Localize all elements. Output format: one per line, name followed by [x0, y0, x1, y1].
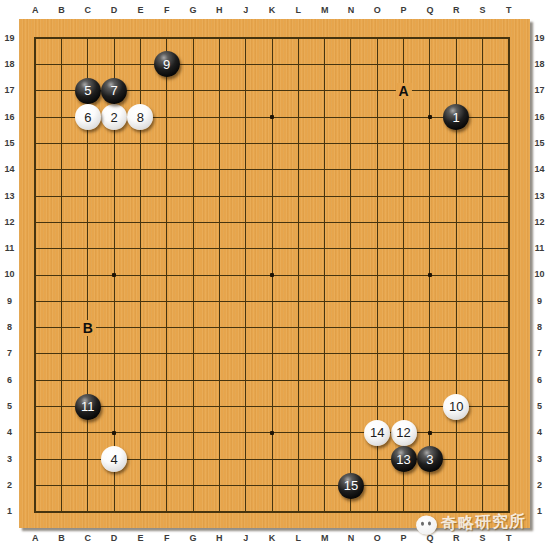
row-label: 5 — [537, 402, 542, 411]
row-label: 13 — [534, 192, 544, 201]
row-label: 17 — [534, 86, 544, 95]
column-label: G — [190, 6, 197, 15]
row-label: 11 — [5, 244, 15, 253]
move-number: 14 — [370, 426, 384, 439]
column-label: L — [296, 534, 302, 543]
row-label: 11 — [535, 244, 545, 253]
row-label: 12 — [534, 218, 544, 227]
row-label: 9 — [537, 297, 542, 306]
row-labels-left: 19181716151413121110987654321 — [1, 25, 18, 525]
star-point — [428, 115, 432, 119]
move-number: 8 — [137, 111, 144, 124]
move-number: 9 — [163, 58, 170, 71]
stone-white-d3: 4 — [101, 446, 127, 472]
row-label: 12 — [4, 218, 14, 227]
column-label: O — [374, 6, 381, 15]
stone-black-n2: 15 — [338, 473, 364, 499]
row-label: 4 — [7, 428, 12, 437]
column-label: M — [321, 534, 329, 543]
stone-black-f18: 9 — [154, 51, 180, 77]
move-number: 13 — [396, 453, 410, 466]
row-label: 10 — [534, 270, 544, 279]
row-label: 2 — [537, 481, 542, 490]
row-label: 8 — [7, 323, 12, 332]
row-labels-right: 19181716151413121110987654321 — [531, 25, 548, 525]
star-point — [270, 115, 274, 119]
row-label: 17 — [4, 86, 14, 95]
column-labels-top: ABCDEFGHJKLMNOPQRST — [22, 2, 522, 18]
row-label: 13 — [4, 192, 14, 201]
row-label: 6 — [7, 376, 12, 385]
row-label: 19 — [4, 34, 14, 43]
column-label: A — [32, 6, 39, 15]
column-label: P — [401, 6, 407, 15]
watermark-text: 奇略研究所 — [441, 511, 527, 535]
stone-white-c16: 6 — [75, 104, 101, 130]
stone-white-d16: 2 — [101, 104, 127, 130]
row-label: 15 — [534, 139, 544, 148]
row-label: 3 — [7, 455, 12, 464]
goban: 123456789101112131415AB — [19, 19, 530, 528]
column-label: J — [243, 534, 248, 543]
stone-black-p3: 13 — [391, 446, 417, 472]
annotation-label-a: A — [396, 83, 412, 99]
row-label: 18 — [4, 60, 14, 69]
move-number: 10 — [449, 400, 463, 413]
move-number: 12 — [396, 426, 410, 439]
goban-grid: 123456789101112131415AB — [22, 25, 522, 525]
star-point — [112, 431, 116, 435]
row-label: 1 — [7, 507, 12, 516]
column-label: R — [453, 6, 460, 15]
stone-black-q3: 3 — [417, 446, 443, 472]
stone-black-d17: 7 — [101, 78, 127, 104]
row-label: 14 — [4, 165, 14, 174]
column-label: B — [58, 6, 65, 15]
move-number: 6 — [84, 111, 91, 124]
column-label: C — [85, 534, 92, 543]
column-label: H — [216, 534, 223, 543]
column-label: K — [269, 6, 276, 15]
column-label: P — [401, 534, 407, 543]
column-label: C — [85, 6, 92, 15]
column-label: D — [111, 534, 118, 543]
annotation-label-b: B — [80, 320, 96, 336]
row-label: 15 — [4, 139, 14, 148]
stone-black-c17: 5 — [75, 78, 101, 104]
column-label: T — [506, 6, 512, 15]
star-point — [270, 273, 274, 277]
row-label: 14 — [534, 165, 544, 174]
column-label: F — [164, 6, 170, 15]
stone-white-r5: 10 — [443, 394, 469, 420]
row-label: 3 — [537, 455, 542, 464]
star-point — [270, 431, 274, 435]
stone-white-p4: 12 — [391, 420, 417, 446]
star-point — [428, 273, 432, 277]
column-label: M — [321, 6, 329, 15]
row-label: 4 — [537, 428, 542, 437]
column-label: G — [190, 534, 197, 543]
column-label: H — [216, 6, 223, 15]
row-label: 10 — [4, 270, 14, 279]
row-label: 9 — [7, 297, 12, 306]
row-label: 5 — [7, 402, 12, 411]
watermark: 奇略研究所 — [416, 508, 527, 538]
column-label: B — [58, 534, 65, 543]
move-number: 11 — [81, 400, 95, 413]
column-label: F — [164, 534, 170, 543]
move-number: 1 — [453, 111, 460, 124]
column-label: N — [348, 6, 355, 15]
move-number: 5 — [84, 84, 91, 97]
row-label: 1 — [537, 507, 542, 516]
stone-white-e16: 8 — [127, 104, 153, 130]
row-label: 18 — [534, 60, 544, 69]
wechat-smiley-icon — [416, 515, 438, 535]
column-label: D — [111, 6, 118, 15]
column-label: E — [137, 6, 143, 15]
column-label: L — [296, 6, 302, 15]
row-label: 19 — [534, 34, 544, 43]
row-label: 16 — [4, 113, 14, 122]
column-label: E — [137, 534, 143, 543]
row-label: 8 — [537, 323, 542, 332]
column-label: N — [348, 534, 355, 543]
column-label: O — [374, 534, 381, 543]
row-label: 2 — [7, 481, 12, 490]
star-point — [428, 431, 432, 435]
column-label: K — [269, 534, 276, 543]
move-number: 15 — [344, 479, 358, 492]
move-number: 4 — [110, 453, 117, 466]
move-number: 7 — [110, 84, 117, 97]
stone-black-r16: 1 — [443, 104, 469, 130]
column-label: J — [243, 6, 248, 15]
row-label: 7 — [7, 349, 12, 358]
stone-white-o4: 14 — [364, 420, 390, 446]
column-label: T — [506, 534, 512, 543]
go-diagram-page: ABCDEFGHJKLMNOPQRST ABCDEFGHJKLMNOPQRST … — [0, 0, 550, 550]
column-label: A — [32, 534, 39, 543]
star-point — [112, 273, 116, 277]
column-label: S — [480, 6, 486, 15]
stone-black-c5: 11 — [75, 394, 101, 420]
column-label: Q — [426, 6, 433, 15]
move-number: 3 — [426, 453, 433, 466]
row-label: 16 — [534, 113, 544, 122]
move-number: 2 — [110, 111, 117, 124]
row-label: 6 — [537, 376, 542, 385]
row-label: 7 — [537, 349, 542, 358]
